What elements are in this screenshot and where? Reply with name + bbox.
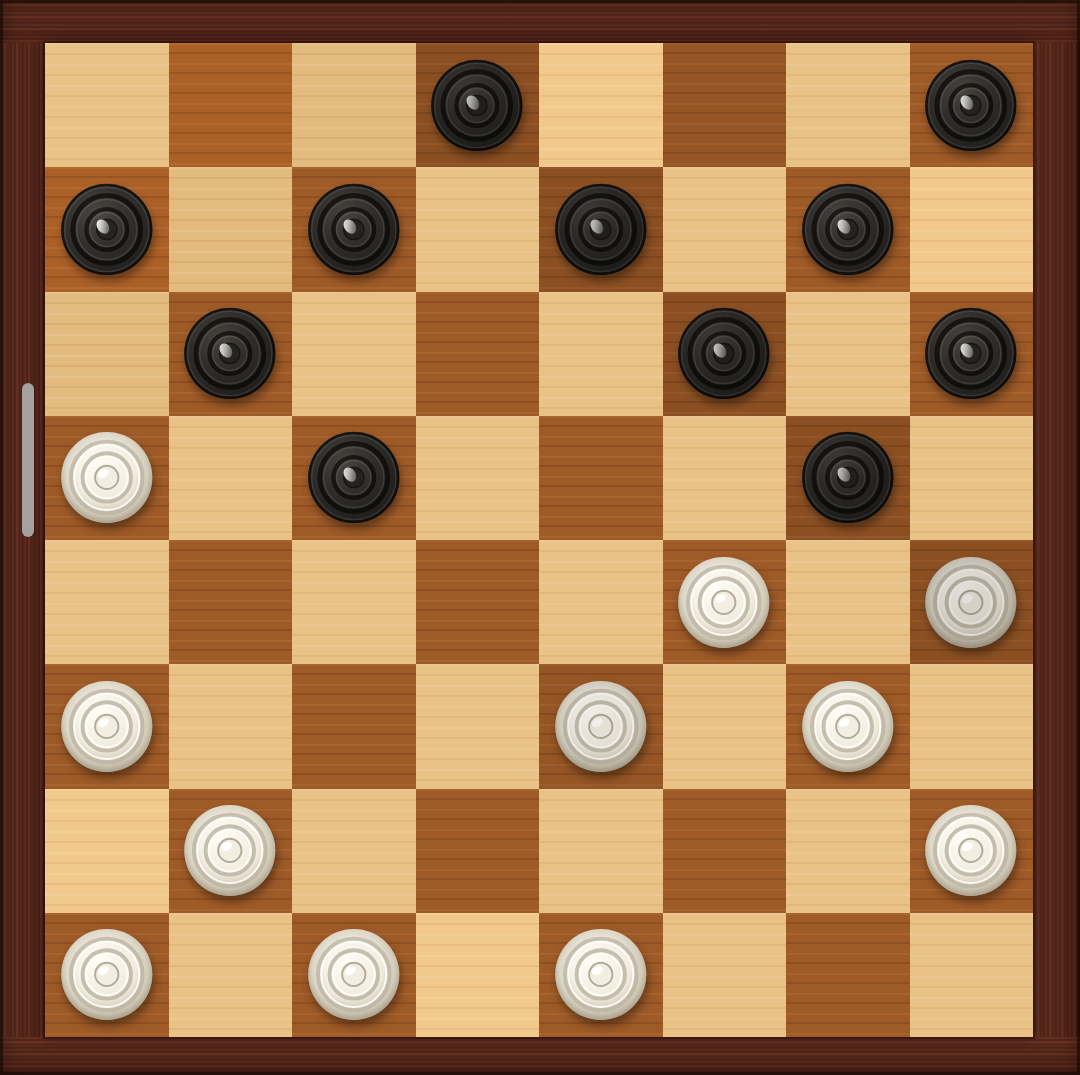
square-29[interactable] xyxy=(45,913,169,1037)
square-light[interactable] xyxy=(910,913,1034,1037)
black-man-piece[interactable] xyxy=(922,57,1020,154)
square-light[interactable] xyxy=(292,540,416,664)
square-light[interactable] xyxy=(910,167,1034,291)
square-26[interactable] xyxy=(416,789,540,913)
square-light[interactable] xyxy=(169,913,293,1037)
square-25[interactable] xyxy=(169,789,293,913)
square-light[interactable] xyxy=(663,167,787,291)
square-light[interactable] xyxy=(910,416,1034,540)
scrollbar-thumb[interactable] xyxy=(22,383,34,537)
square-21[interactable] xyxy=(45,664,169,788)
black-man-piece[interactable] xyxy=(799,429,897,526)
board-frame-top xyxy=(0,0,1080,43)
square-light[interactable] xyxy=(663,664,787,788)
black-man-piece[interactable] xyxy=(922,305,1020,402)
black-man-piece[interactable] xyxy=(305,429,403,526)
square-1[interactable] xyxy=(169,43,293,167)
black-man-piece[interactable] xyxy=(181,305,279,402)
white-man-piece[interactable] xyxy=(552,926,650,1023)
square-27[interactable] xyxy=(663,789,787,913)
square-light[interactable] xyxy=(292,43,416,167)
square-light[interactable] xyxy=(292,292,416,416)
square-light[interactable] xyxy=(45,789,169,913)
white-man-piece[interactable] xyxy=(799,678,897,775)
square-light[interactable] xyxy=(539,292,663,416)
square-17[interactable] xyxy=(169,540,293,664)
square-light[interactable] xyxy=(169,664,293,788)
square-23[interactable] xyxy=(539,664,663,788)
square-9[interactable] xyxy=(169,292,293,416)
square-light[interactable] xyxy=(663,913,787,1037)
square-32[interactable] xyxy=(786,913,910,1037)
square-light[interactable] xyxy=(416,913,540,1037)
square-14[interactable] xyxy=(292,416,416,540)
square-13[interactable] xyxy=(45,416,169,540)
white-man-piece[interactable] xyxy=(58,926,156,1023)
square-light[interactable] xyxy=(786,540,910,664)
square-4[interactable] xyxy=(910,43,1034,167)
black-man-piece[interactable] xyxy=(305,181,403,278)
square-light[interactable] xyxy=(169,416,293,540)
square-5[interactable] xyxy=(45,167,169,291)
white-man-piece[interactable] xyxy=(675,554,773,651)
white-man-piece[interactable] xyxy=(181,802,279,899)
board-frame-bottom xyxy=(0,1037,1080,1075)
square-light[interactable] xyxy=(786,789,910,913)
square-light[interactable] xyxy=(416,167,540,291)
checkers-app xyxy=(0,0,1080,1075)
black-man-piece[interactable] xyxy=(675,305,773,402)
square-31[interactable] xyxy=(539,913,663,1037)
black-man-piece[interactable] xyxy=(799,181,897,278)
square-28[interactable] xyxy=(910,789,1034,913)
white-man-piece[interactable] xyxy=(552,678,650,775)
square-light[interactable] xyxy=(910,664,1034,788)
black-man-piece[interactable] xyxy=(552,181,650,278)
board-frame-left xyxy=(0,43,45,1037)
black-man-piece[interactable] xyxy=(428,57,526,154)
square-light[interactable] xyxy=(416,664,540,788)
square-2[interactable] xyxy=(416,43,540,167)
black-man-piece[interactable] xyxy=(58,181,156,278)
square-light[interactable] xyxy=(786,292,910,416)
square-19[interactable] xyxy=(663,540,787,664)
square-15[interactable] xyxy=(539,416,663,540)
square-light[interactable] xyxy=(539,540,663,664)
square-light[interactable] xyxy=(45,43,169,167)
white-man-piece[interactable] xyxy=(922,554,1020,651)
square-light[interactable] xyxy=(539,43,663,167)
square-6[interactable] xyxy=(292,167,416,291)
square-22[interactable] xyxy=(292,664,416,788)
square-light[interactable] xyxy=(292,789,416,913)
white-man-piece[interactable] xyxy=(58,678,156,775)
square-24[interactable] xyxy=(786,664,910,788)
square-11[interactable] xyxy=(663,292,787,416)
square-light[interactable] xyxy=(45,540,169,664)
square-light[interactable] xyxy=(416,416,540,540)
square-light[interactable] xyxy=(45,292,169,416)
square-18[interactable] xyxy=(416,540,540,664)
checkers-board xyxy=(45,43,1033,1037)
white-man-piece[interactable] xyxy=(305,926,403,1023)
square-8[interactable] xyxy=(786,167,910,291)
white-man-piece[interactable] xyxy=(922,802,1020,899)
board-frame-right xyxy=(1033,43,1080,1037)
square-light[interactable] xyxy=(786,43,910,167)
square-light[interactable] xyxy=(663,416,787,540)
square-12[interactable] xyxy=(910,292,1034,416)
square-30[interactable] xyxy=(292,913,416,1037)
white-man-piece[interactable] xyxy=(58,429,156,526)
square-16[interactable] xyxy=(786,416,910,540)
square-light[interactable] xyxy=(539,789,663,913)
square-10[interactable] xyxy=(416,292,540,416)
square-7[interactable] xyxy=(539,167,663,291)
square-light[interactable] xyxy=(169,167,293,291)
square-20[interactable] xyxy=(910,540,1034,664)
square-3[interactable] xyxy=(663,43,787,167)
